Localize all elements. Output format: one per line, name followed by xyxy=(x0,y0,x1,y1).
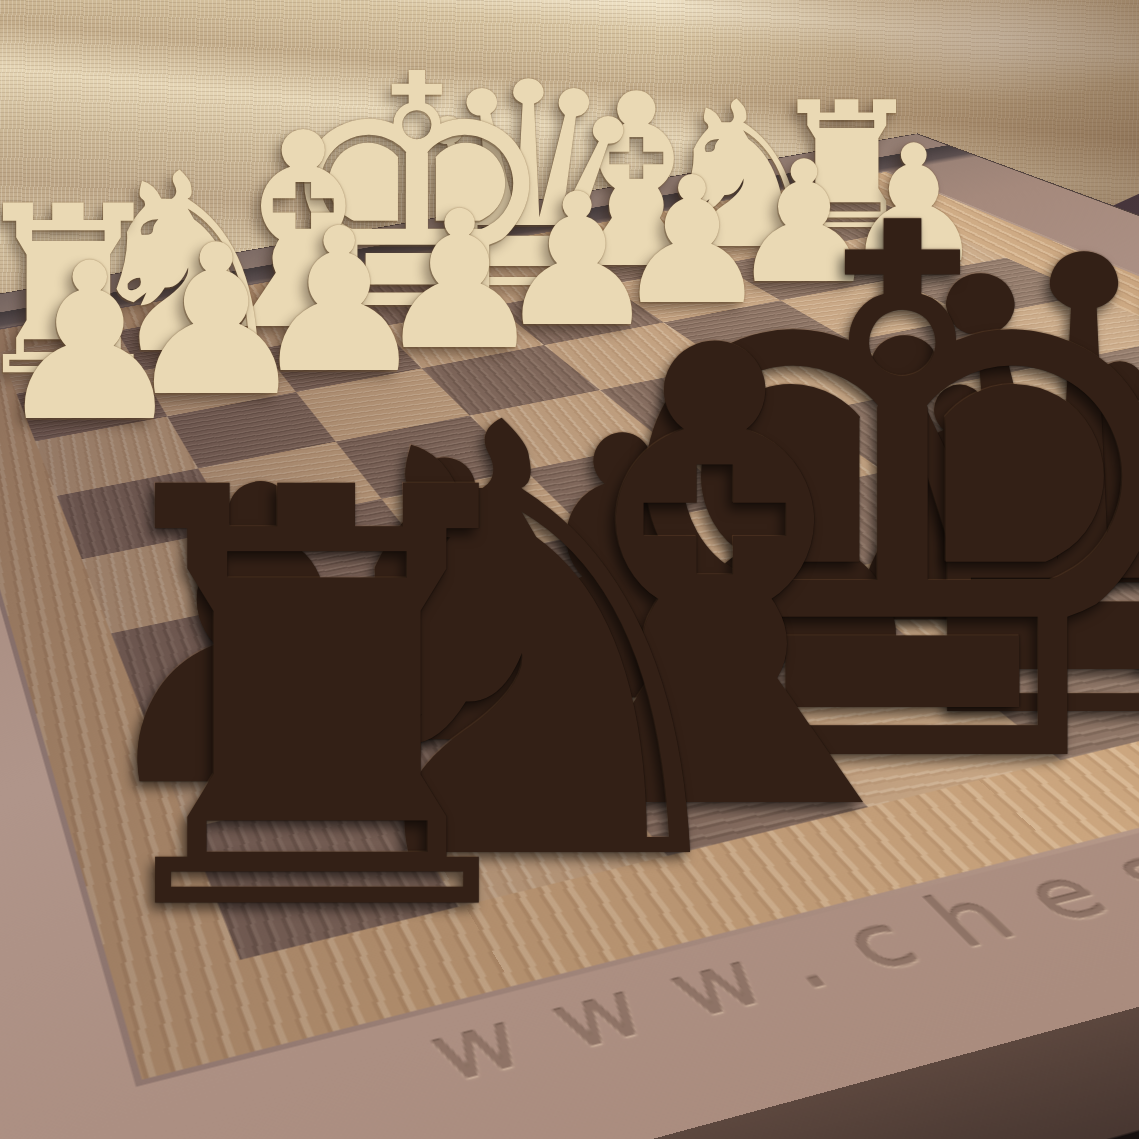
photo-stage: www.chesslab.com ♜♞♟♝♟♛♟♚♟♝♟♞♟♜♟♟♟♟♟♜♟♞♟… xyxy=(0,0,1139,1139)
chessboard-plane: www.chesslab.com xyxy=(0,134,1139,1139)
